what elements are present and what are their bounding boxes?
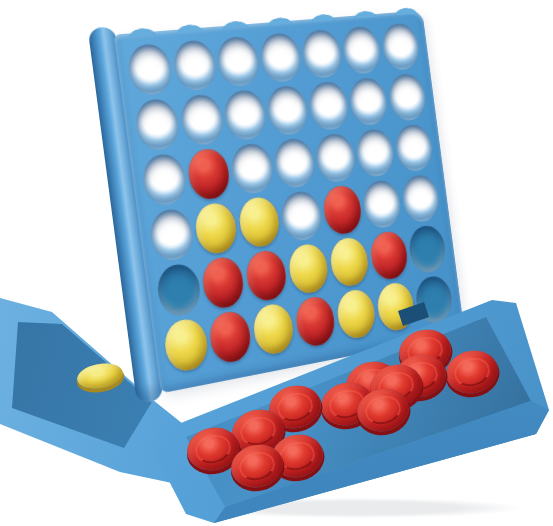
tray-red-disc [442,345,503,398]
connect-four-photo [0,0,553,526]
tray-discs [0,0,553,526]
tray-yellow-disc [75,360,124,392]
